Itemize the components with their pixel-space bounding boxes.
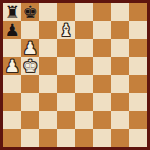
square-e1[interactable]: [75, 129, 93, 147]
square-g3[interactable]: [111, 93, 129, 111]
square-e2[interactable]: [75, 111, 93, 129]
square-h8[interactable]: [129, 3, 147, 21]
white-king[interactable]: ♚: [22, 57, 37, 75]
square-f4[interactable]: [93, 75, 111, 93]
square-e4[interactable]: [75, 75, 93, 93]
square-a5[interactable]: ♟: [3, 57, 21, 75]
square-f7[interactable]: [93, 21, 111, 39]
square-e5[interactable]: [75, 57, 93, 75]
square-g1[interactable]: [111, 129, 129, 147]
chess-board: ♜♚♟♝♟♟♚: [3, 3, 147, 147]
square-c5[interactable]: [39, 57, 57, 75]
square-d8[interactable]: [57, 3, 75, 21]
square-h7[interactable]: [129, 21, 147, 39]
square-a3[interactable]: [3, 93, 21, 111]
square-d2[interactable]: [57, 111, 75, 129]
square-a8[interactable]: ♜: [3, 3, 21, 21]
square-g7[interactable]: [111, 21, 129, 39]
square-d3[interactable]: [57, 93, 75, 111]
square-b7[interactable]: [21, 21, 39, 39]
square-f2[interactable]: [93, 111, 111, 129]
chess-board-frame: ♜♚♟♝♟♟♚: [0, 0, 150, 150]
square-g5[interactable]: [111, 57, 129, 75]
square-e3[interactable]: [75, 93, 93, 111]
square-c3[interactable]: [39, 93, 57, 111]
square-f6[interactable]: [93, 39, 111, 57]
square-c2[interactable]: [39, 111, 57, 129]
square-d5[interactable]: [57, 57, 75, 75]
square-f3[interactable]: [93, 93, 111, 111]
square-f1[interactable]: [93, 129, 111, 147]
square-e6[interactable]: [75, 39, 93, 57]
square-b3[interactable]: [21, 93, 39, 111]
square-b4[interactable]: [21, 75, 39, 93]
square-g2[interactable]: [111, 111, 129, 129]
square-f5[interactable]: [93, 57, 111, 75]
square-h2[interactable]: [129, 111, 147, 129]
square-d1[interactable]: [57, 129, 75, 147]
white-pawn[interactable]: ♟: [4, 57, 19, 75]
white-pawn[interactable]: ♟: [22, 39, 37, 57]
square-d4[interactable]: [57, 75, 75, 93]
square-e8[interactable]: [75, 3, 93, 21]
square-f8[interactable]: [93, 3, 111, 21]
square-a2[interactable]: [3, 111, 21, 129]
square-a7[interactable]: ♟: [3, 21, 21, 39]
square-g8[interactable]: [111, 3, 129, 21]
square-c6[interactable]: [39, 39, 57, 57]
white-bishop[interactable]: ♝: [58, 21, 73, 39]
black-king[interactable]: ♚: [22, 3, 37, 21]
square-b1[interactable]: [21, 129, 39, 147]
square-h3[interactable]: [129, 93, 147, 111]
square-b5[interactable]: ♚: [21, 57, 39, 75]
square-b8[interactable]: ♚: [21, 3, 39, 21]
square-c4[interactable]: [39, 75, 57, 93]
square-g6[interactable]: [111, 39, 129, 57]
square-c7[interactable]: [39, 21, 57, 39]
black-rook[interactable]: ♜: [4, 3, 19, 21]
square-c1[interactable]: [39, 129, 57, 147]
square-g4[interactable]: [111, 75, 129, 93]
black-pawn[interactable]: ♟: [4, 21, 19, 39]
square-h6[interactable]: [129, 39, 147, 57]
square-e7[interactable]: [75, 21, 93, 39]
square-h1[interactable]: [129, 129, 147, 147]
square-a6[interactable]: [3, 39, 21, 57]
square-a1[interactable]: [3, 129, 21, 147]
square-c8[interactable]: [39, 3, 57, 21]
square-d6[interactable]: [57, 39, 75, 57]
square-b2[interactable]: [21, 111, 39, 129]
square-a4[interactable]: [3, 75, 21, 93]
square-b6[interactable]: ♟: [21, 39, 39, 57]
square-h4[interactable]: [129, 75, 147, 93]
square-d7[interactable]: ♝: [57, 21, 75, 39]
square-h5[interactable]: [129, 57, 147, 75]
